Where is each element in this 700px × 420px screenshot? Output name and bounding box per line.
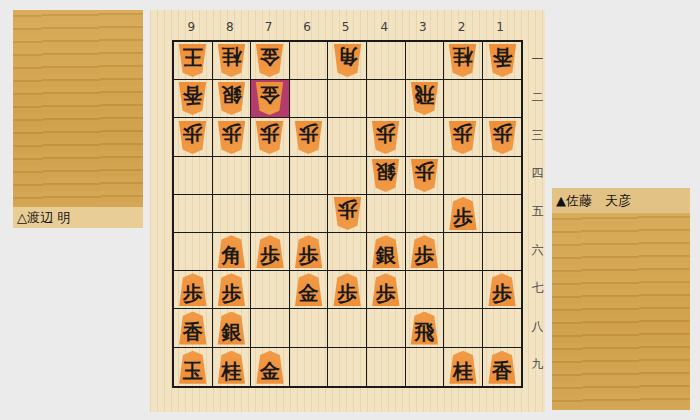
file-labels: 987654321	[172, 18, 520, 36]
square-94[interactable]	[174, 157, 213, 195]
square-15[interactable]	[483, 195, 522, 233]
square-54[interactable]	[328, 157, 367, 195]
square-14[interactable]	[483, 157, 522, 195]
piece-歩-sente[interactable]: 歩	[254, 235, 285, 268]
square-17[interactable]: 歩	[483, 271, 522, 309]
piece-歩-gote[interactable]: 歩	[487, 121, 518, 154]
square-42[interactable]	[367, 80, 406, 118]
gote-captured-tray	[13, 10, 143, 207]
piece-飛-gote[interactable]: 飛	[409, 82, 440, 115]
square-26[interactable]	[444, 233, 483, 271]
square-84[interactable]	[213, 157, 252, 195]
square-89[interactable]: 桂	[213, 348, 252, 386]
square-49[interactable]	[367, 348, 406, 386]
square-75[interactable]	[251, 195, 290, 233]
square-19[interactable]: 香	[483, 348, 522, 386]
rank-label-1: 一	[530, 40, 545, 78]
file-label-1: 1	[481, 18, 520, 36]
gote-player-name: △渡辺 明	[13, 207, 143, 228]
shogi-board: 王桂金角桂香香銀金飛歩歩歩歩歩歩歩銀歩歩歩角歩歩銀歩歩歩金歩歩歩香銀飛玉桂金桂香	[172, 40, 523, 388]
square-23[interactable]: 歩	[444, 118, 483, 156]
square-74[interactable]	[251, 157, 290, 195]
square-81[interactable]: 桂	[213, 42, 252, 80]
file-label-5: 5	[326, 18, 365, 36]
square-93[interactable]: 歩	[174, 118, 213, 156]
square-37[interactable]	[406, 271, 445, 309]
square-78[interactable]	[251, 309, 290, 347]
square-68[interactable]	[290, 309, 329, 347]
piece-桂-gote[interactable]: 桂	[216, 44, 247, 77]
piece-桂-gote[interactable]: 桂	[447, 44, 478, 77]
rank-label-7: 七	[530, 269, 545, 307]
square-73[interactable]: 歩	[251, 118, 290, 156]
square-25[interactable]: 歩	[444, 195, 483, 233]
piece-桂-sente[interactable]: 桂	[216, 351, 247, 384]
file-label-2: 2	[442, 18, 481, 36]
piece-歩-gote[interactable]: 歩	[409, 159, 440, 192]
piece-銀-sente[interactable]: 銀	[370, 235, 401, 268]
square-22[interactable]	[444, 80, 483, 118]
square-35[interactable]	[406, 195, 445, 233]
square-67[interactable]: 金	[290, 271, 329, 309]
square-99[interactable]: 玉	[174, 348, 213, 386]
piece-歩-sente[interactable]: 歩	[216, 273, 247, 306]
piece-金-sente[interactable]: 金	[254, 351, 285, 384]
square-51[interactable]: 角	[328, 42, 367, 80]
square-66[interactable]: 歩	[290, 233, 329, 271]
square-64[interactable]	[290, 157, 329, 195]
square-98[interactable]: 香	[174, 309, 213, 347]
square-87[interactable]: 歩	[213, 271, 252, 309]
rank-labels: 一二三四五六七八九	[530, 40, 545, 384]
rank-label-8: 八	[530, 307, 545, 345]
piece-歩-sente[interactable]: 歩	[293, 235, 324, 268]
piece-歩-sente[interactable]: 歩	[370, 273, 401, 306]
square-12[interactable]	[483, 80, 522, 118]
square-88[interactable]: 銀	[213, 309, 252, 347]
sente-player-panel: ▲佐藤 天彦	[552, 188, 690, 410]
piece-歩-sente[interactable]: 歩	[332, 273, 363, 306]
piece-歩-gote[interactable]: 歩	[293, 121, 324, 154]
square-71[interactable]: 金	[251, 42, 290, 80]
file-label-8: 8	[211, 18, 250, 36]
square-63[interactable]: 歩	[290, 118, 329, 156]
piece-歩-sente[interactable]: 歩	[177, 273, 208, 306]
square-18[interactable]	[483, 309, 522, 347]
piece-銀-gote[interactable]: 銀	[216, 82, 247, 115]
piece-飛-sente[interactable]: 飛	[409, 312, 440, 345]
rank-label-6: 六	[530, 231, 545, 269]
square-36[interactable]: 歩	[406, 233, 445, 271]
square-77[interactable]	[251, 271, 290, 309]
square-85[interactable]	[213, 195, 252, 233]
piece-金-gote[interactable]: 金	[254, 82, 285, 115]
square-52[interactable]	[328, 80, 367, 118]
piece-香-gote[interactable]: 香	[487, 44, 518, 77]
sente-player-name: ▲佐藤 天彦	[552, 188, 690, 213]
square-92[interactable]: 香	[174, 80, 213, 118]
square-43[interactable]: 歩	[367, 118, 406, 156]
piece-香-sente[interactable]: 香	[487, 351, 518, 384]
square-45[interactable]	[367, 195, 406, 233]
piece-香-gote[interactable]: 香	[177, 82, 208, 115]
piece-角-sente[interactable]: 角	[216, 235, 247, 268]
square-82[interactable]: 銀	[213, 80, 252, 118]
square-44[interactable]: 銀	[367, 157, 406, 195]
square-24[interactable]	[444, 157, 483, 195]
rank-label-4: 四	[530, 155, 545, 193]
shogi-board-panel: 987654321 一二三四五六七八九 王桂金角桂香香銀金飛歩歩歩歩歩歩歩銀歩歩…	[150, 10, 545, 412]
square-38[interactable]: 飛	[406, 309, 445, 347]
square-47[interactable]: 歩	[367, 271, 406, 309]
square-46[interactable]: 銀	[367, 233, 406, 271]
square-33[interactable]	[406, 118, 445, 156]
square-97[interactable]: 歩	[174, 271, 213, 309]
square-13[interactable]: 歩	[483, 118, 522, 156]
square-34[interactable]: 歩	[406, 157, 445, 195]
square-55[interactable]: 歩	[328, 195, 367, 233]
square-11[interactable]: 香	[483, 42, 522, 80]
square-57[interactable]: 歩	[328, 271, 367, 309]
square-41[interactable]	[367, 42, 406, 80]
file-label-4: 4	[365, 18, 404, 36]
piece-歩-gote[interactable]: 歩	[177, 121, 208, 154]
square-65[interactable]	[290, 195, 329, 233]
piece-桂-sente[interactable]: 桂	[447, 351, 478, 384]
square-86[interactable]: 角	[213, 233, 252, 271]
square-61[interactable]	[290, 42, 329, 80]
file-label-9: 9	[172, 18, 211, 36]
piece-歩-gote[interactable]: 歩	[332, 197, 363, 230]
square-16[interactable]	[483, 233, 522, 271]
piece-歩-sente[interactable]: 歩	[487, 273, 518, 306]
square-56[interactable]	[328, 233, 367, 271]
square-59[interactable]	[328, 348, 367, 386]
square-39[interactable]	[406, 348, 445, 386]
piece-歩-gote[interactable]: 歩	[447, 121, 478, 154]
square-48[interactable]	[367, 309, 406, 347]
square-62[interactable]	[290, 80, 329, 118]
file-label-3: 3	[404, 18, 443, 36]
square-72[interactable]: 金	[251, 80, 290, 118]
square-27[interactable]	[444, 271, 483, 309]
piece-歩-sente[interactable]: 歩	[447, 197, 478, 230]
piece-王-gote[interactable]: 王	[177, 44, 208, 77]
square-83[interactable]: 歩	[213, 118, 252, 156]
gote-player-panel: △渡辺 明	[13, 10, 143, 228]
square-79[interactable]: 金	[251, 348, 290, 386]
square-76[interactable]: 歩	[251, 233, 290, 271]
rank-label-3: 三	[530, 116, 545, 154]
rank-label-9: 九	[530, 346, 545, 384]
piece-玉-sente[interactable]: 玉	[177, 351, 208, 384]
piece-角-gote[interactable]: 角	[332, 44, 363, 77]
piece-銀-sente[interactable]: 銀	[216, 312, 247, 345]
square-91[interactable]: 王	[174, 42, 213, 80]
square-21[interactable]: 桂	[444, 42, 483, 80]
piece-歩-sente[interactable]: 歩	[409, 235, 440, 268]
piece-金-sente[interactable]: 金	[293, 273, 324, 306]
rank-label-5: 五	[530, 193, 545, 231]
piece-銀-gote[interactable]: 銀	[370, 159, 401, 192]
square-58[interactable]	[328, 309, 367, 347]
file-label-7: 7	[249, 18, 288, 36]
square-31[interactable]	[406, 42, 445, 80]
square-32[interactable]: 飛	[406, 80, 445, 118]
square-28[interactable]	[444, 309, 483, 347]
square-69[interactable]	[290, 348, 329, 386]
piece-香-sente[interactable]: 香	[177, 312, 208, 345]
piece-歩-gote[interactable]: 歩	[254, 121, 285, 154]
rank-label-2: 二	[530, 78, 545, 116]
sente-captured-tray	[552, 213, 690, 410]
file-label-6: 6	[288, 18, 327, 36]
piece-金-gote[interactable]: 金	[254, 44, 285, 77]
square-29[interactable]: 桂	[444, 348, 483, 386]
piece-歩-gote[interactable]: 歩	[216, 121, 247, 154]
square-53[interactable]	[328, 118, 367, 156]
square-96[interactable]	[174, 233, 213, 271]
piece-歩-gote[interactable]: 歩	[370, 121, 401, 154]
square-95[interactable]	[174, 195, 213, 233]
